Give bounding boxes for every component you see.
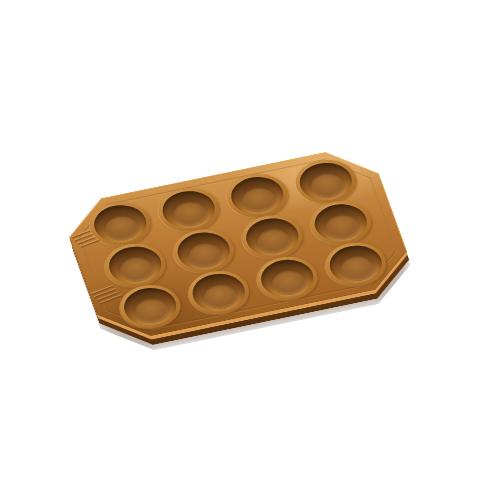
product-photo-scene — [0, 0, 492, 492]
muffin-pan — [58, 143, 418, 345]
pan-top-surface — [58, 143, 418, 345]
